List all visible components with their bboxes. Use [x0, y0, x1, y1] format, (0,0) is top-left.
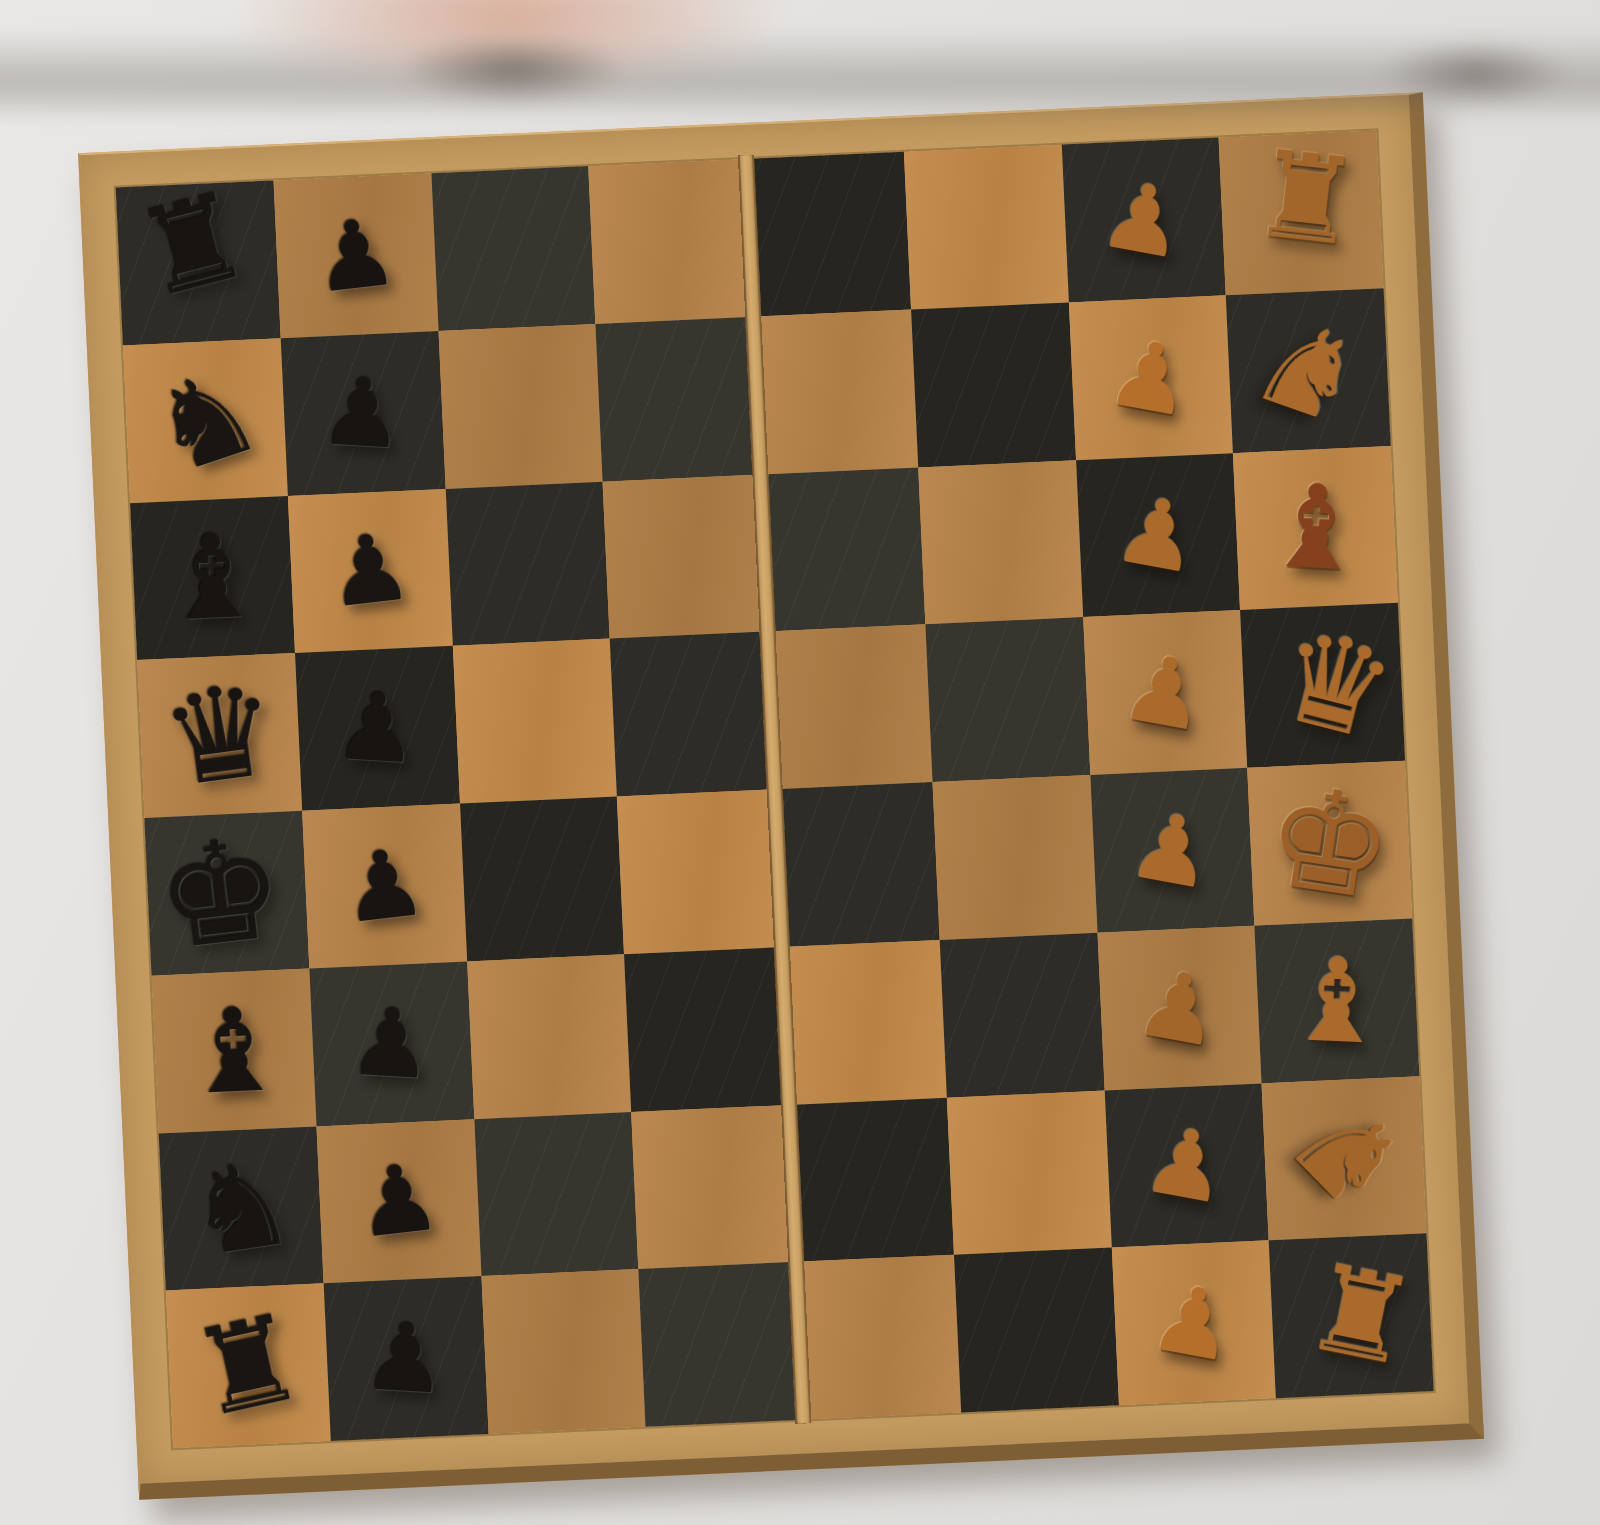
square-6-7[interactable]: ♞ [1262, 1076, 1427, 1241]
square-4-3[interactable] [617, 789, 782, 954]
square-6-4[interactable] [789, 1097, 954, 1262]
square-5-5[interactable] [939, 933, 1104, 1098]
square-5-3[interactable] [624, 947, 789, 1112]
piece-white-pawn[interactable]: ♟ [1115, 639, 1215, 747]
square-7-5[interactable] [954, 1248, 1119, 1413]
piece-black-pawn[interactable]: ♟ [347, 994, 437, 1093]
square-1-6[interactable]: ♟ [1068, 295, 1233, 460]
square-4-7[interactable]: ♚ [1247, 761, 1412, 926]
square-7-7[interactable]: ♜ [1269, 1233, 1434, 1398]
piece-white-king[interactable]: ♚ [1258, 765, 1403, 922]
piece-white-pawn[interactable]: ♟ [1129, 954, 1229, 1062]
square-2-0[interactable]: ♝ [130, 496, 295, 661]
square-2-6[interactable]: ♟ [1076, 453, 1241, 618]
square-0-2[interactable] [431, 166, 596, 331]
square-0-5[interactable] [904, 145, 1069, 310]
square-1-2[interactable] [438, 324, 603, 489]
piece-black-bishop[interactable]: ♝ [158, 518, 267, 639]
square-6-6[interactable]: ♟ [1104, 1083, 1269, 1248]
square-0-1[interactable]: ♟ [273, 173, 438, 338]
piece-black-bishop[interactable]: ♝ [179, 990, 288, 1111]
photo-scene: ♜♟♟♜♞♟♟♞♝♟♟♝♛♟♟♛♚♟♟♚♝♟♟♝♞♟♟♞♜♟♟♜ [0, 0, 1600, 1525]
square-5-7[interactable]: ♝ [1255, 918, 1420, 1083]
square-3-7[interactable]: ♛ [1240, 603, 1405, 768]
square-3-0[interactable]: ♛ [137, 653, 302, 818]
piece-black-pawn[interactable]: ♟ [337, 834, 432, 937]
piece-white-queen[interactable]: ♛ [1263, 609, 1406, 762]
piece-black-pawn[interactable]: ♟ [332, 679, 422, 778]
piece-black-pawn[interactable]: ♟ [351, 1150, 446, 1253]
square-0-7[interactable]: ♜ [1219, 130, 1384, 295]
square-1-1[interactable]: ♟ [280, 331, 445, 496]
piece-black-king[interactable]: ♚ [150, 817, 291, 970]
square-3-6[interactable]: ♟ [1083, 610, 1248, 775]
square-4-0[interactable]: ♚ [144, 811, 309, 976]
square-5-2[interactable] [467, 954, 632, 1119]
square-1-4[interactable] [753, 309, 918, 474]
square-6-1[interactable]: ♟ [316, 1119, 481, 1284]
piece-white-rook[interactable]: ♜ [1246, 133, 1366, 264]
piece-white-rook[interactable]: ♜ [1297, 1246, 1426, 1385]
square-0-0[interactable]: ♜ [116, 180, 281, 345]
square-2-4[interactable] [760, 467, 925, 632]
square-7-6[interactable]: ♟ [1111, 1241, 1276, 1406]
square-4-5[interactable] [932, 775, 1097, 940]
square-2-1[interactable]: ♟ [288, 488, 453, 653]
square-3-1[interactable]: ♟ [295, 646, 460, 811]
square-1-3[interactable] [596, 317, 761, 482]
square-3-2[interactable] [452, 639, 617, 804]
piece-black-rook[interactable]: ♜ [126, 173, 260, 316]
square-7-4[interactable] [796, 1255, 961, 1420]
square-3-3[interactable] [610, 632, 775, 797]
square-6-2[interactable] [474, 1112, 639, 1277]
square-6-5[interactable] [947, 1090, 1112, 1255]
square-5-6[interactable]: ♟ [1097, 925, 1262, 1090]
square-3-4[interactable] [768, 625, 933, 790]
square-7-3[interactable] [639, 1262, 804, 1427]
square-0-6[interactable]: ♟ [1061, 137, 1226, 302]
square-1-0[interactable]: ♞ [123, 338, 288, 503]
piece-black-pawn[interactable]: ♟ [318, 364, 408, 463]
piece-white-pawn[interactable]: ♟ [1144, 1269, 1244, 1377]
square-4-4[interactable] [775, 782, 940, 947]
square-7-0[interactable]: ♜ [166, 1284, 331, 1449]
square-5-4[interactable] [782, 940, 947, 1105]
piece-white-knight[interactable]: ♞ [1269, 1075, 1427, 1233]
piece-white-bishop[interactable]: ♝ [1283, 940, 1392, 1060]
piece-black-queen[interactable]: ♛ [154, 665, 285, 807]
piece-black-knight[interactable]: ♞ [136, 348, 274, 494]
piece-black-rook[interactable]: ♜ [183, 1296, 314, 1437]
square-2-2[interactable] [445, 481, 610, 646]
piece-white-pawn[interactable]: ♟ [1101, 324, 1201, 432]
piece-white-bishop[interactable]: ♝ [1260, 467, 1371, 589]
square-4-6[interactable]: ♟ [1090, 768, 1255, 933]
square-4-1[interactable]: ♟ [302, 804, 467, 969]
chess-board: ♜♟♟♜♞♟♟♞♝♟♟♝♛♟♟♛♚♟♟♚♝♟♟♝♞♟♟♞♜♟♟♜ [78, 92, 1484, 1500]
piece-black-pawn[interactable]: ♟ [361, 1309, 451, 1408]
square-5-1[interactable]: ♟ [309, 961, 474, 1126]
piece-black-knight[interactable]: ♞ [180, 1142, 302, 1274]
piece-white-pawn[interactable]: ♟ [1137, 1112, 1237, 1220]
square-4-2[interactable] [460, 796, 625, 961]
square-0-4[interactable] [746, 152, 911, 317]
square-6-3[interactable] [631, 1104, 796, 1269]
square-0-3[interactable] [588, 159, 753, 324]
square-1-5[interactable] [911, 302, 1076, 467]
piece-white-pawn[interactable]: ♟ [1094, 166, 1194, 274]
piece-white-knight[interactable]: ♞ [1239, 297, 1378, 443]
piece-black-pawn[interactable]: ♟ [308, 204, 403, 307]
square-5-0[interactable]: ♝ [151, 968, 316, 1133]
piece-white-pawn[interactable]: ♟ [1108, 481, 1208, 589]
square-6-0[interactable]: ♞ [159, 1126, 324, 1291]
square-7-1[interactable]: ♟ [323, 1276, 488, 1441]
square-2-7[interactable]: ♝ [1233, 445, 1398, 610]
out-of-focus-blob-left [398, 34, 628, 104]
piece-white-pawn[interactable]: ♟ [1122, 796, 1222, 904]
square-1-7[interactable]: ♞ [1226, 288, 1391, 453]
square-7-2[interactable] [481, 1269, 646, 1434]
board-grid: ♜♟♟♜♞♟♟♞♝♟♟♝♛♟♟♛♚♟♟♚♝♟♟♝♞♟♟♞♜♟♟♜ [116, 130, 1434, 1448]
square-2-5[interactable] [918, 460, 1083, 625]
square-2-3[interactable] [603, 474, 768, 639]
piece-black-pawn[interactable]: ♟ [323, 519, 418, 622]
square-3-5[interactable] [925, 617, 1090, 782]
out-of-focus-finger-blur [230, 0, 790, 94]
